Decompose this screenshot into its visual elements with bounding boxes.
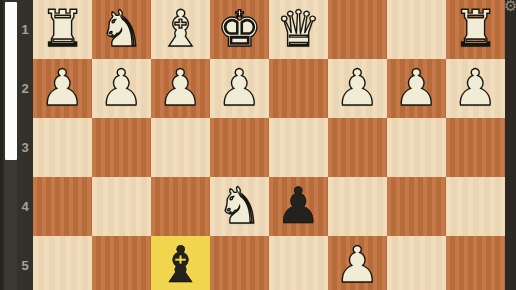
square-c1[interactable] [328,0,387,59]
left-sidebar: 12345 [0,0,33,290]
square-a1[interactable]: ♜ [446,0,505,59]
white-queen[interactable]: ♛ [276,0,321,59]
white-rook[interactable]: ♜ [40,0,85,59]
square-h3[interactable] [33,118,92,177]
white-pawn[interactable]: ♟ [158,59,203,118]
square-d4[interactable]: ♟ [269,177,328,236]
square-g4[interactable] [92,177,151,236]
square-b4[interactable] [387,177,446,236]
square-e3[interactable] [210,118,269,177]
square-d3[interactable] [269,118,328,177]
square-b5[interactable] [387,236,446,290]
white-pawn[interactable]: ♟ [394,59,439,118]
white-knight[interactable]: ♞ [217,177,262,236]
square-g3[interactable] [92,118,151,177]
chess-app: 12345 ♜♞♝♚♛♜♟♟♟♟♟♟♟♞♟♝♟ ⚙ [0,0,516,290]
white-king[interactable]: ♚ [217,0,262,59]
white-pawn[interactable]: ♟ [99,59,144,118]
square-a2[interactable]: ♟ [446,59,505,118]
black-pawn[interactable]: ♟ [276,177,321,236]
white-pawn[interactable]: ♟ [335,59,380,118]
square-c2[interactable]: ♟ [328,59,387,118]
square-h5[interactable] [33,236,92,290]
square-e5[interactable] [210,236,269,290]
white-pawn[interactable]: ♟ [217,59,262,118]
settings-gear-icon[interactable]: ⚙ [504,0,516,15]
white-pawn[interactable]: ♟ [40,59,85,118]
square-a3[interactable] [446,118,505,177]
square-h2[interactable]: ♟ [33,59,92,118]
white-bishop[interactable]: ♝ [158,0,203,59]
square-a5[interactable] [446,236,505,290]
rank-label-2: 2 [17,59,33,118]
square-f2[interactable]: ♟ [151,59,210,118]
white-pawn[interactable]: ♟ [335,236,380,290]
square-f3[interactable] [151,118,210,177]
square-f4[interactable] [151,177,210,236]
black-bishop[interactable]: ♝ [158,236,203,290]
square-e4[interactable]: ♞ [210,177,269,236]
evaluation-bar [5,2,17,290]
square-c5[interactable]: ♟ [328,236,387,290]
chess-board: ♜♞♝♚♛♜♟♟♟♟♟♟♟♞♟♝♟ [33,0,505,290]
square-b1[interactable] [387,0,446,59]
square-h4[interactable] [33,177,92,236]
square-b3[interactable] [387,118,446,177]
white-knight[interactable]: ♞ [99,0,144,59]
square-g1[interactable]: ♞ [92,0,151,59]
right-panel-strip [505,0,516,290]
rank-coordinates: 12345 [17,0,33,290]
square-e1[interactable]: ♚ [210,0,269,59]
square-d5[interactable] [269,236,328,290]
square-f1[interactable]: ♝ [151,0,210,59]
eval-bar-white-portion [5,2,17,160]
white-pawn[interactable]: ♟ [453,59,498,118]
square-f5[interactable]: ♝ [151,236,210,290]
rank-label-3: 3 [17,118,33,177]
square-d2[interactable] [269,59,328,118]
square-b2[interactable]: ♟ [387,59,446,118]
square-h1[interactable]: ♜ [33,0,92,59]
square-d1[interactable]: ♛ [269,0,328,59]
rank-label-1: 1 [17,0,33,59]
square-c3[interactable] [328,118,387,177]
square-c4[interactable] [328,177,387,236]
square-g5[interactable] [92,236,151,290]
square-g2[interactable]: ♟ [92,59,151,118]
square-a4[interactable] [446,177,505,236]
white-rook[interactable]: ♜ [453,0,498,59]
square-e2[interactable]: ♟ [210,59,269,118]
rank-label-5: 5 [17,236,33,290]
rank-label-4: 4 [17,177,33,236]
